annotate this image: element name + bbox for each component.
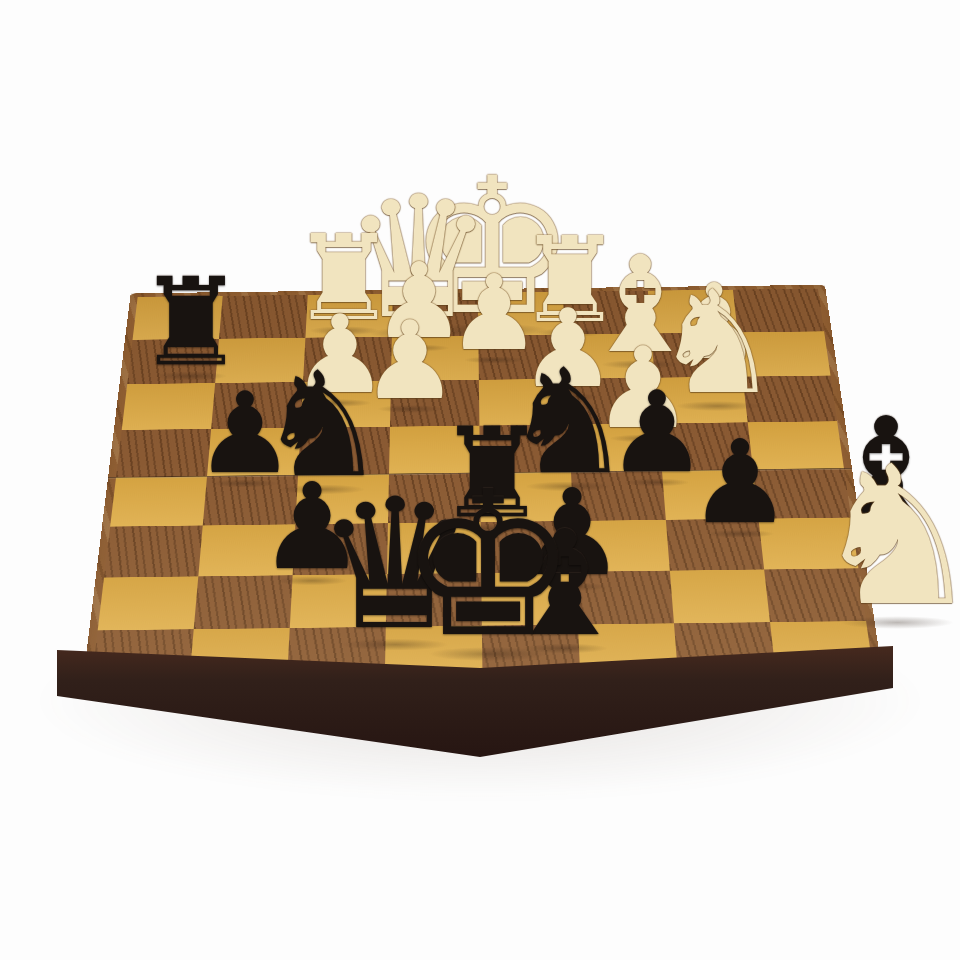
square-b1	[648, 290, 738, 334]
square-a5	[753, 469, 851, 519]
square-c1	[563, 291, 651, 335]
square-b5	[662, 470, 758, 520]
square-d1	[478, 292, 565, 336]
square-h7	[98, 576, 199, 630]
square-e4	[389, 426, 480, 474]
square-e1	[392, 293, 478, 337]
square-a4	[748, 421, 844, 469]
square-d5	[480, 472, 573, 522]
square-d3	[479, 379, 569, 426]
chess-set-photo: ♚♛♜♜♟♟♝♟♜♟♟♞♟♟♟♟♞♞♜♟♝♟♟♞♛♝♚	[0, 0, 960, 960]
square-a7	[764, 568, 866, 622]
square-h4	[116, 429, 211, 478]
square-e2	[391, 336, 479, 381]
chess-board	[82, 285, 883, 690]
square-g6	[198, 524, 295, 576]
square-e3	[390, 380, 479, 427]
square-g4	[207, 428, 301, 477]
square-g5	[203, 475, 298, 525]
square-c7	[576, 571, 674, 625]
square-f5	[295, 474, 389, 524]
square-d7	[481, 572, 578, 626]
square-e7	[386, 573, 482, 627]
square-b3	[655, 377, 748, 424]
square-d2	[478, 335, 566, 380]
square-f4	[298, 427, 390, 476]
square-f6	[293, 523, 388, 575]
square-h1	[133, 296, 223, 340]
square-d6	[481, 521, 576, 573]
square-f3	[301, 381, 391, 428]
square-d4	[479, 425, 571, 473]
square-a1	[733, 289, 824, 333]
square-a2	[738, 331, 831, 376]
square-g7	[194, 575, 293, 629]
square-f7	[290, 574, 387, 628]
square-c4	[569, 423, 662, 471]
square-b7	[670, 569, 770, 623]
square-b6	[666, 519, 764, 571]
square-h5	[110, 476, 207, 526]
square-f2	[303, 337, 392, 382]
square-c2	[565, 333, 655, 378]
square-h3	[122, 383, 215, 430]
square-g2	[215, 338, 305, 383]
square-c3	[567, 378, 658, 425]
board-grid	[91, 289, 874, 686]
square-g3	[211, 382, 303, 429]
board-wood-margin	[82, 285, 883, 690]
square-e5	[388, 473, 481, 523]
square-a6	[758, 518, 858, 570]
square-f1	[305, 294, 392, 338]
square-h6	[104, 525, 203, 577]
square-a3	[743, 376, 838, 423]
square-g1	[219, 295, 308, 339]
square-c5	[571, 471, 666, 521]
square-h2	[127, 339, 219, 384]
square-b2	[651, 332, 742, 377]
square-e6	[387, 522, 481, 574]
square-b4	[658, 422, 753, 470]
square-c6	[573, 520, 670, 572]
